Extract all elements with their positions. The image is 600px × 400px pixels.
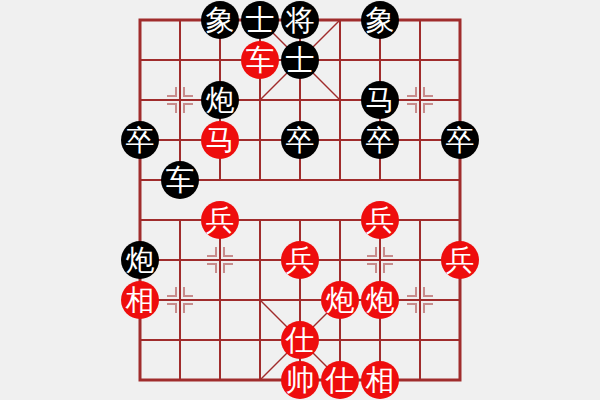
piece-red-cannon[interactable]: 炮 xyxy=(361,281,399,319)
piece-black-chariot[interactable]: 车 xyxy=(161,161,199,199)
piece-black-soldier[interactable]: 卒 xyxy=(361,121,399,159)
piece-black-elephant[interactable]: 象 xyxy=(361,1,399,39)
piece-black-soldier[interactable]: 卒 xyxy=(441,121,479,159)
piece-black-advisor[interactable]: 士 xyxy=(281,41,319,79)
piece-red-soldier[interactable]: 兵 xyxy=(281,241,319,279)
piece-red-cannon[interactable]: 炮 xyxy=(321,281,359,319)
piece-red-soldier[interactable]: 兵 xyxy=(201,201,239,239)
piece-red-soldier[interactable]: 兵 xyxy=(441,241,479,279)
piece-red-elephant[interactable]: 相 xyxy=(361,361,399,399)
piece-black-cannon[interactable]: 炮 xyxy=(121,241,159,279)
piece-red-chariot[interactable]: 车 xyxy=(241,41,279,79)
pieces-layer: 象士将象车士炮马卒马卒卒卒车兵兵炮兵兵相炮炮仕帅仕相 xyxy=(0,0,600,400)
piece-red-horse[interactable]: 马 xyxy=(201,121,239,159)
xiangqi-app: 象士将象车士炮马卒马卒卒卒车兵兵炮兵兵相炮炮仕帅仕相 xyxy=(0,0,600,400)
piece-black-advisor[interactable]: 士 xyxy=(241,1,279,39)
piece-black-soldier[interactable]: 卒 xyxy=(121,121,159,159)
piece-black-elephant[interactable]: 象 xyxy=(201,1,239,39)
piece-red-general[interactable]: 帅 xyxy=(281,361,319,399)
piece-red-advisor[interactable]: 仕 xyxy=(281,321,319,359)
piece-black-soldier[interactable]: 卒 xyxy=(281,121,319,159)
piece-black-general[interactable]: 将 xyxy=(281,1,319,39)
piece-black-horse[interactable]: 马 xyxy=(361,81,399,119)
piece-red-elephant[interactable]: 相 xyxy=(121,281,159,319)
piece-red-soldier[interactable]: 兵 xyxy=(361,201,399,239)
piece-black-cannon[interactable]: 炮 xyxy=(201,81,239,119)
piece-red-advisor[interactable]: 仕 xyxy=(321,361,359,399)
